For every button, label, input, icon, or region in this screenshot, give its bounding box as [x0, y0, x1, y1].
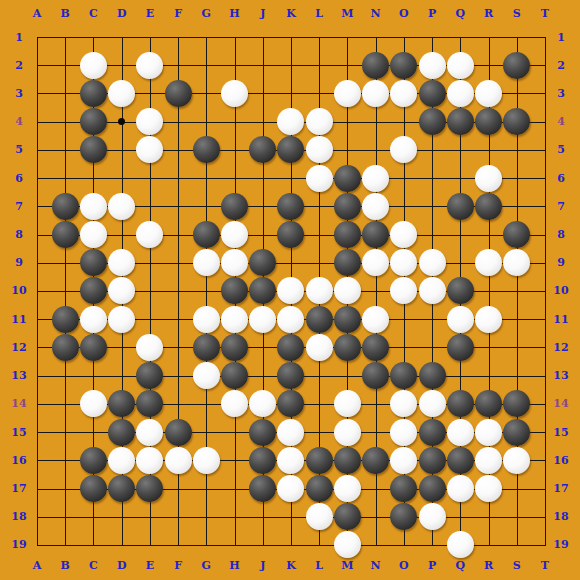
intersection-T10[interactable] [531, 277, 559, 305]
intersection-P8[interactable] [418, 220, 446, 248]
intersection-G6[interactable] [192, 164, 220, 192]
intersection-R15[interactable] [474, 418, 502, 446]
intersection-E6[interactable] [136, 164, 164, 192]
intersection-F2[interactable] [164, 51, 192, 79]
intersection-K6[interactable] [277, 164, 305, 192]
intersection-K5[interactable] [277, 136, 305, 164]
intersection-H19[interactable] [220, 531, 248, 559]
intersection-N2[interactable] [362, 51, 390, 79]
intersection-J19[interactable] [249, 531, 277, 559]
intersection-A2[interactable] [23, 51, 51, 79]
intersection-G15[interactable] [192, 418, 220, 446]
intersection-M3[interactable] [333, 79, 361, 107]
intersection-M8[interactable] [333, 220, 361, 248]
intersection-J15[interactable] [249, 418, 277, 446]
intersection-Q16[interactable] [446, 446, 474, 474]
intersection-E5[interactable] [136, 136, 164, 164]
intersection-H3[interactable] [220, 79, 248, 107]
intersection-H14[interactable] [220, 390, 248, 418]
intersection-Q11[interactable] [446, 305, 474, 333]
intersection-L14[interactable] [305, 390, 333, 418]
intersection-F19[interactable] [164, 531, 192, 559]
intersection-B4[interactable] [51, 108, 79, 136]
intersection-H16[interactable] [220, 446, 248, 474]
intersection-E14[interactable] [136, 390, 164, 418]
intersection-R11[interactable] [474, 305, 502, 333]
intersection-R3[interactable] [474, 79, 502, 107]
intersection-O18[interactable] [390, 503, 418, 531]
intersection-S7[interactable] [503, 192, 531, 220]
intersection-R13[interactable] [474, 362, 502, 390]
intersection-E13[interactable] [136, 362, 164, 390]
intersection-B10[interactable] [51, 277, 79, 305]
intersection-A4[interactable] [23, 108, 51, 136]
intersection-L7[interactable] [305, 192, 333, 220]
intersection-O17[interactable] [390, 474, 418, 502]
intersection-F3[interactable] [164, 79, 192, 107]
intersection-M17[interactable] [333, 474, 361, 502]
intersection-D15[interactable] [108, 418, 136, 446]
intersection-O4[interactable] [390, 108, 418, 136]
intersection-B3[interactable] [51, 79, 79, 107]
intersection-P3[interactable] [418, 79, 446, 107]
intersection-E4[interactable] [136, 108, 164, 136]
intersection-N10[interactable] [362, 277, 390, 305]
intersection-L17[interactable] [305, 474, 333, 502]
intersection-K14[interactable] [277, 390, 305, 418]
intersection-G12[interactable] [192, 333, 220, 361]
intersection-M9[interactable] [333, 249, 361, 277]
intersection-Q17[interactable] [446, 474, 474, 502]
intersection-L18[interactable] [305, 503, 333, 531]
intersection-D6[interactable] [108, 164, 136, 192]
intersection-G2[interactable] [192, 51, 220, 79]
intersection-K4[interactable] [277, 108, 305, 136]
intersection-T15[interactable] [531, 418, 559, 446]
intersection-J1[interactable] [249, 23, 277, 51]
intersection-O3[interactable] [390, 79, 418, 107]
intersection-Q2[interactable] [446, 51, 474, 79]
intersection-F9[interactable] [164, 249, 192, 277]
intersection-L6[interactable] [305, 164, 333, 192]
intersection-N7[interactable] [362, 192, 390, 220]
intersection-C12[interactable] [79, 333, 107, 361]
intersection-F10[interactable] [164, 277, 192, 305]
intersection-Q13[interactable] [446, 362, 474, 390]
intersection-M11[interactable] [333, 305, 361, 333]
intersection-Q6[interactable] [446, 164, 474, 192]
intersection-R2[interactable] [474, 51, 502, 79]
intersection-G9[interactable] [192, 249, 220, 277]
intersection-F13[interactable] [164, 362, 192, 390]
intersection-B18[interactable] [51, 503, 79, 531]
intersection-K10[interactable] [277, 277, 305, 305]
intersection-N5[interactable] [362, 136, 390, 164]
intersection-K17[interactable] [277, 474, 305, 502]
intersection-S8[interactable] [503, 220, 531, 248]
intersection-K13[interactable] [277, 362, 305, 390]
intersection-O8[interactable] [390, 220, 418, 248]
intersection-T4[interactable] [531, 108, 559, 136]
intersection-Q15[interactable] [446, 418, 474, 446]
intersection-C17[interactable] [79, 474, 107, 502]
intersection-F12[interactable] [164, 333, 192, 361]
intersection-O2[interactable] [390, 51, 418, 79]
intersection-C13[interactable] [79, 362, 107, 390]
intersection-J11[interactable] [249, 305, 277, 333]
intersection-T19[interactable] [531, 531, 559, 559]
intersection-B1[interactable] [51, 23, 79, 51]
intersection-O6[interactable] [390, 164, 418, 192]
intersection-R17[interactable] [474, 474, 502, 502]
intersection-D9[interactable] [108, 249, 136, 277]
intersection-J10[interactable] [249, 277, 277, 305]
intersection-O14[interactable] [390, 390, 418, 418]
intersection-H12[interactable] [220, 333, 248, 361]
intersection-S16[interactable] [503, 446, 531, 474]
intersection-S6[interactable] [503, 164, 531, 192]
intersection-N17[interactable] [362, 474, 390, 502]
intersection-L15[interactable] [305, 418, 333, 446]
intersection-H18[interactable] [220, 503, 248, 531]
intersection-S11[interactable] [503, 305, 531, 333]
intersection-C4[interactable] [79, 108, 107, 136]
intersection-M7[interactable] [333, 192, 361, 220]
intersection-P5[interactable] [418, 136, 446, 164]
intersection-M10[interactable] [333, 277, 361, 305]
intersection-A9[interactable] [23, 249, 51, 277]
intersection-A16[interactable] [23, 446, 51, 474]
intersection-B5[interactable] [51, 136, 79, 164]
intersection-P14[interactable] [418, 390, 446, 418]
intersection-T12[interactable] [531, 333, 559, 361]
intersection-Q10[interactable] [446, 277, 474, 305]
intersection-B2[interactable] [51, 51, 79, 79]
intersection-E1[interactable] [136, 23, 164, 51]
intersection-R6[interactable] [474, 164, 502, 192]
intersection-J6[interactable] [249, 164, 277, 192]
intersection-Q1[interactable] [446, 23, 474, 51]
intersection-O10[interactable] [390, 277, 418, 305]
intersection-R4[interactable] [474, 108, 502, 136]
intersection-J2[interactable] [249, 51, 277, 79]
intersection-B7[interactable] [51, 192, 79, 220]
intersection-F6[interactable] [164, 164, 192, 192]
intersection-L10[interactable] [305, 277, 333, 305]
intersection-Q18[interactable] [446, 503, 474, 531]
intersection-F7[interactable] [164, 192, 192, 220]
intersection-G10[interactable] [192, 277, 220, 305]
intersection-O7[interactable] [390, 192, 418, 220]
intersection-P11[interactable] [418, 305, 446, 333]
intersection-D3[interactable] [108, 79, 136, 107]
intersection-H5[interactable] [220, 136, 248, 164]
intersection-S5[interactable] [503, 136, 531, 164]
intersection-D11[interactable] [108, 305, 136, 333]
intersection-S10[interactable] [503, 277, 531, 305]
intersection-P2[interactable] [418, 51, 446, 79]
intersection-P6[interactable] [418, 164, 446, 192]
intersection-E8[interactable] [136, 220, 164, 248]
intersection-C9[interactable] [79, 249, 107, 277]
intersection-P13[interactable] [418, 362, 446, 390]
intersection-T11[interactable] [531, 305, 559, 333]
intersection-D7[interactable] [108, 192, 136, 220]
intersection-M6[interactable] [333, 164, 361, 192]
intersection-H2[interactable] [220, 51, 248, 79]
intersection-G14[interactable] [192, 390, 220, 418]
intersection-C15[interactable] [79, 418, 107, 446]
intersection-A18[interactable] [23, 503, 51, 531]
intersection-P17[interactable] [418, 474, 446, 502]
intersection-M19[interactable] [333, 531, 361, 559]
intersection-D16[interactable] [108, 446, 136, 474]
intersection-G4[interactable] [192, 108, 220, 136]
intersection-A11[interactable] [23, 305, 51, 333]
intersection-C18[interactable] [79, 503, 107, 531]
intersection-F15[interactable] [164, 418, 192, 446]
intersection-R9[interactable] [474, 249, 502, 277]
intersection-G19[interactable] [192, 531, 220, 559]
intersection-R5[interactable] [474, 136, 502, 164]
intersection-S12[interactable] [503, 333, 531, 361]
intersection-A5[interactable] [23, 136, 51, 164]
intersection-C11[interactable] [79, 305, 107, 333]
intersection-K11[interactable] [277, 305, 305, 333]
intersection-L19[interactable] [305, 531, 333, 559]
intersection-R19[interactable] [474, 531, 502, 559]
intersection-S15[interactable] [503, 418, 531, 446]
intersection-J18[interactable] [249, 503, 277, 531]
intersection-S13[interactable] [503, 362, 531, 390]
intersection-T2[interactable] [531, 51, 559, 79]
intersection-E11[interactable] [136, 305, 164, 333]
intersection-H4[interactable] [220, 108, 248, 136]
intersection-L9[interactable] [305, 249, 333, 277]
intersection-T7[interactable] [531, 192, 559, 220]
intersection-B15[interactable] [51, 418, 79, 446]
intersection-A15[interactable] [23, 418, 51, 446]
intersection-R10[interactable] [474, 277, 502, 305]
intersection-E2[interactable] [136, 51, 164, 79]
intersection-J5[interactable] [249, 136, 277, 164]
intersection-K8[interactable] [277, 220, 305, 248]
intersection-N11[interactable] [362, 305, 390, 333]
intersection-N19[interactable] [362, 531, 390, 559]
intersection-A7[interactable] [23, 192, 51, 220]
intersection-O16[interactable] [390, 446, 418, 474]
intersection-E16[interactable] [136, 446, 164, 474]
intersection-C14[interactable] [79, 390, 107, 418]
intersection-A10[interactable] [23, 277, 51, 305]
intersection-M16[interactable] [333, 446, 361, 474]
intersection-Q9[interactable] [446, 249, 474, 277]
intersection-E17[interactable] [136, 474, 164, 502]
intersection-M4[interactable] [333, 108, 361, 136]
intersection-K19[interactable] [277, 531, 305, 559]
intersection-S18[interactable] [503, 503, 531, 531]
intersection-M2[interactable] [333, 51, 361, 79]
intersection-L2[interactable] [305, 51, 333, 79]
intersection-T16[interactable] [531, 446, 559, 474]
intersection-Q8[interactable] [446, 220, 474, 248]
intersection-H15[interactable] [220, 418, 248, 446]
intersection-G18[interactable] [192, 503, 220, 531]
intersection-N13[interactable] [362, 362, 390, 390]
intersection-N3[interactable] [362, 79, 390, 107]
intersection-P18[interactable] [418, 503, 446, 531]
intersection-A6[interactable] [23, 164, 51, 192]
intersection-O15[interactable] [390, 418, 418, 446]
intersection-T18[interactable] [531, 503, 559, 531]
intersection-T9[interactable] [531, 249, 559, 277]
intersection-J9[interactable] [249, 249, 277, 277]
intersection-A14[interactable] [23, 390, 51, 418]
intersection-L4[interactable] [305, 108, 333, 136]
intersection-G16[interactable] [192, 446, 220, 474]
intersection-P19[interactable] [418, 531, 446, 559]
intersection-N9[interactable] [362, 249, 390, 277]
intersection-H7[interactable] [220, 192, 248, 220]
intersection-R7[interactable] [474, 192, 502, 220]
intersection-A3[interactable] [23, 79, 51, 107]
intersection-R16[interactable] [474, 446, 502, 474]
intersection-S3[interactable] [503, 79, 531, 107]
intersection-C10[interactable] [79, 277, 107, 305]
intersection-R18[interactable] [474, 503, 502, 531]
intersection-D13[interactable] [108, 362, 136, 390]
intersection-L12[interactable] [305, 333, 333, 361]
intersection-E10[interactable] [136, 277, 164, 305]
intersection-M1[interactable] [333, 23, 361, 51]
intersection-B14[interactable] [51, 390, 79, 418]
intersection-L8[interactable] [305, 220, 333, 248]
intersection-K16[interactable] [277, 446, 305, 474]
intersection-C8[interactable] [79, 220, 107, 248]
intersection-D18[interactable] [108, 503, 136, 531]
intersection-O9[interactable] [390, 249, 418, 277]
intersection-C3[interactable] [79, 79, 107, 107]
intersection-T17[interactable] [531, 474, 559, 502]
intersection-C7[interactable] [79, 192, 107, 220]
intersection-K3[interactable] [277, 79, 305, 107]
intersection-L13[interactable] [305, 362, 333, 390]
intersection-O13[interactable] [390, 362, 418, 390]
intersection-F4[interactable] [164, 108, 192, 136]
intersection-F11[interactable] [164, 305, 192, 333]
intersection-B9[interactable] [51, 249, 79, 277]
intersection-P12[interactable] [418, 333, 446, 361]
intersection-T1[interactable] [531, 23, 559, 51]
intersection-N4[interactable] [362, 108, 390, 136]
intersection-L1[interactable] [305, 23, 333, 51]
intersection-K9[interactable] [277, 249, 305, 277]
intersection-G3[interactable] [192, 79, 220, 107]
intersection-K1[interactable] [277, 23, 305, 51]
intersection-D10[interactable] [108, 277, 136, 305]
intersection-F8[interactable] [164, 220, 192, 248]
intersection-C16[interactable] [79, 446, 107, 474]
intersection-C6[interactable] [79, 164, 107, 192]
intersection-B6[interactable] [51, 164, 79, 192]
intersection-M15[interactable] [333, 418, 361, 446]
intersection-C5[interactable] [79, 136, 107, 164]
intersection-O1[interactable] [390, 23, 418, 51]
intersection-J14[interactable] [249, 390, 277, 418]
intersection-P7[interactable] [418, 192, 446, 220]
intersection-T8[interactable] [531, 220, 559, 248]
intersection-H10[interactable] [220, 277, 248, 305]
intersection-S19[interactable] [503, 531, 531, 559]
intersection-G11[interactable] [192, 305, 220, 333]
intersection-M5[interactable] [333, 136, 361, 164]
intersection-T3[interactable] [531, 79, 559, 107]
intersection-P4[interactable] [418, 108, 446, 136]
intersection-R12[interactable] [474, 333, 502, 361]
intersection-M12[interactable] [333, 333, 361, 361]
intersection-Q4[interactable] [446, 108, 474, 136]
intersection-M13[interactable] [333, 362, 361, 390]
intersection-P1[interactable] [418, 23, 446, 51]
intersection-J17[interactable] [249, 474, 277, 502]
intersection-Q3[interactable] [446, 79, 474, 107]
intersection-O12[interactable] [390, 333, 418, 361]
intersection-J12[interactable] [249, 333, 277, 361]
intersection-L16[interactable] [305, 446, 333, 474]
intersection-S4[interactable] [503, 108, 531, 136]
intersection-D19[interactable] [108, 531, 136, 559]
intersection-O5[interactable] [390, 136, 418, 164]
intersection-N6[interactable] [362, 164, 390, 192]
intersection-O19[interactable] [390, 531, 418, 559]
intersection-K7[interactable] [277, 192, 305, 220]
intersection-S2[interactable] [503, 51, 531, 79]
intersection-P15[interactable] [418, 418, 446, 446]
intersection-E19[interactable] [136, 531, 164, 559]
intersection-K18[interactable] [277, 503, 305, 531]
intersection-N8[interactable] [362, 220, 390, 248]
intersection-H17[interactable] [220, 474, 248, 502]
intersection-L3[interactable] [305, 79, 333, 107]
intersection-D4[interactable] [108, 108, 136, 136]
intersection-M14[interactable] [333, 390, 361, 418]
intersection-H8[interactable] [220, 220, 248, 248]
intersection-H9[interactable] [220, 249, 248, 277]
intersection-R14[interactable] [474, 390, 502, 418]
intersection-Q5[interactable] [446, 136, 474, 164]
intersection-B16[interactable] [51, 446, 79, 474]
intersection-E7[interactable] [136, 192, 164, 220]
intersection-K15[interactable] [277, 418, 305, 446]
intersection-B13[interactable] [51, 362, 79, 390]
intersection-F1[interactable] [164, 23, 192, 51]
intersection-G17[interactable] [192, 474, 220, 502]
intersection-G7[interactable] [192, 192, 220, 220]
intersection-N12[interactable] [362, 333, 390, 361]
intersection-D17[interactable] [108, 474, 136, 502]
intersection-Q12[interactable] [446, 333, 474, 361]
intersection-E9[interactable] [136, 249, 164, 277]
intersection-P16[interactable] [418, 446, 446, 474]
intersection-F16[interactable] [164, 446, 192, 474]
intersection-J16[interactable] [249, 446, 277, 474]
intersection-D5[interactable] [108, 136, 136, 164]
intersection-T5[interactable] [531, 136, 559, 164]
intersection-A12[interactable] [23, 333, 51, 361]
intersection-S1[interactable] [503, 23, 531, 51]
intersection-D12[interactable] [108, 333, 136, 361]
intersection-T6[interactable] [531, 164, 559, 192]
